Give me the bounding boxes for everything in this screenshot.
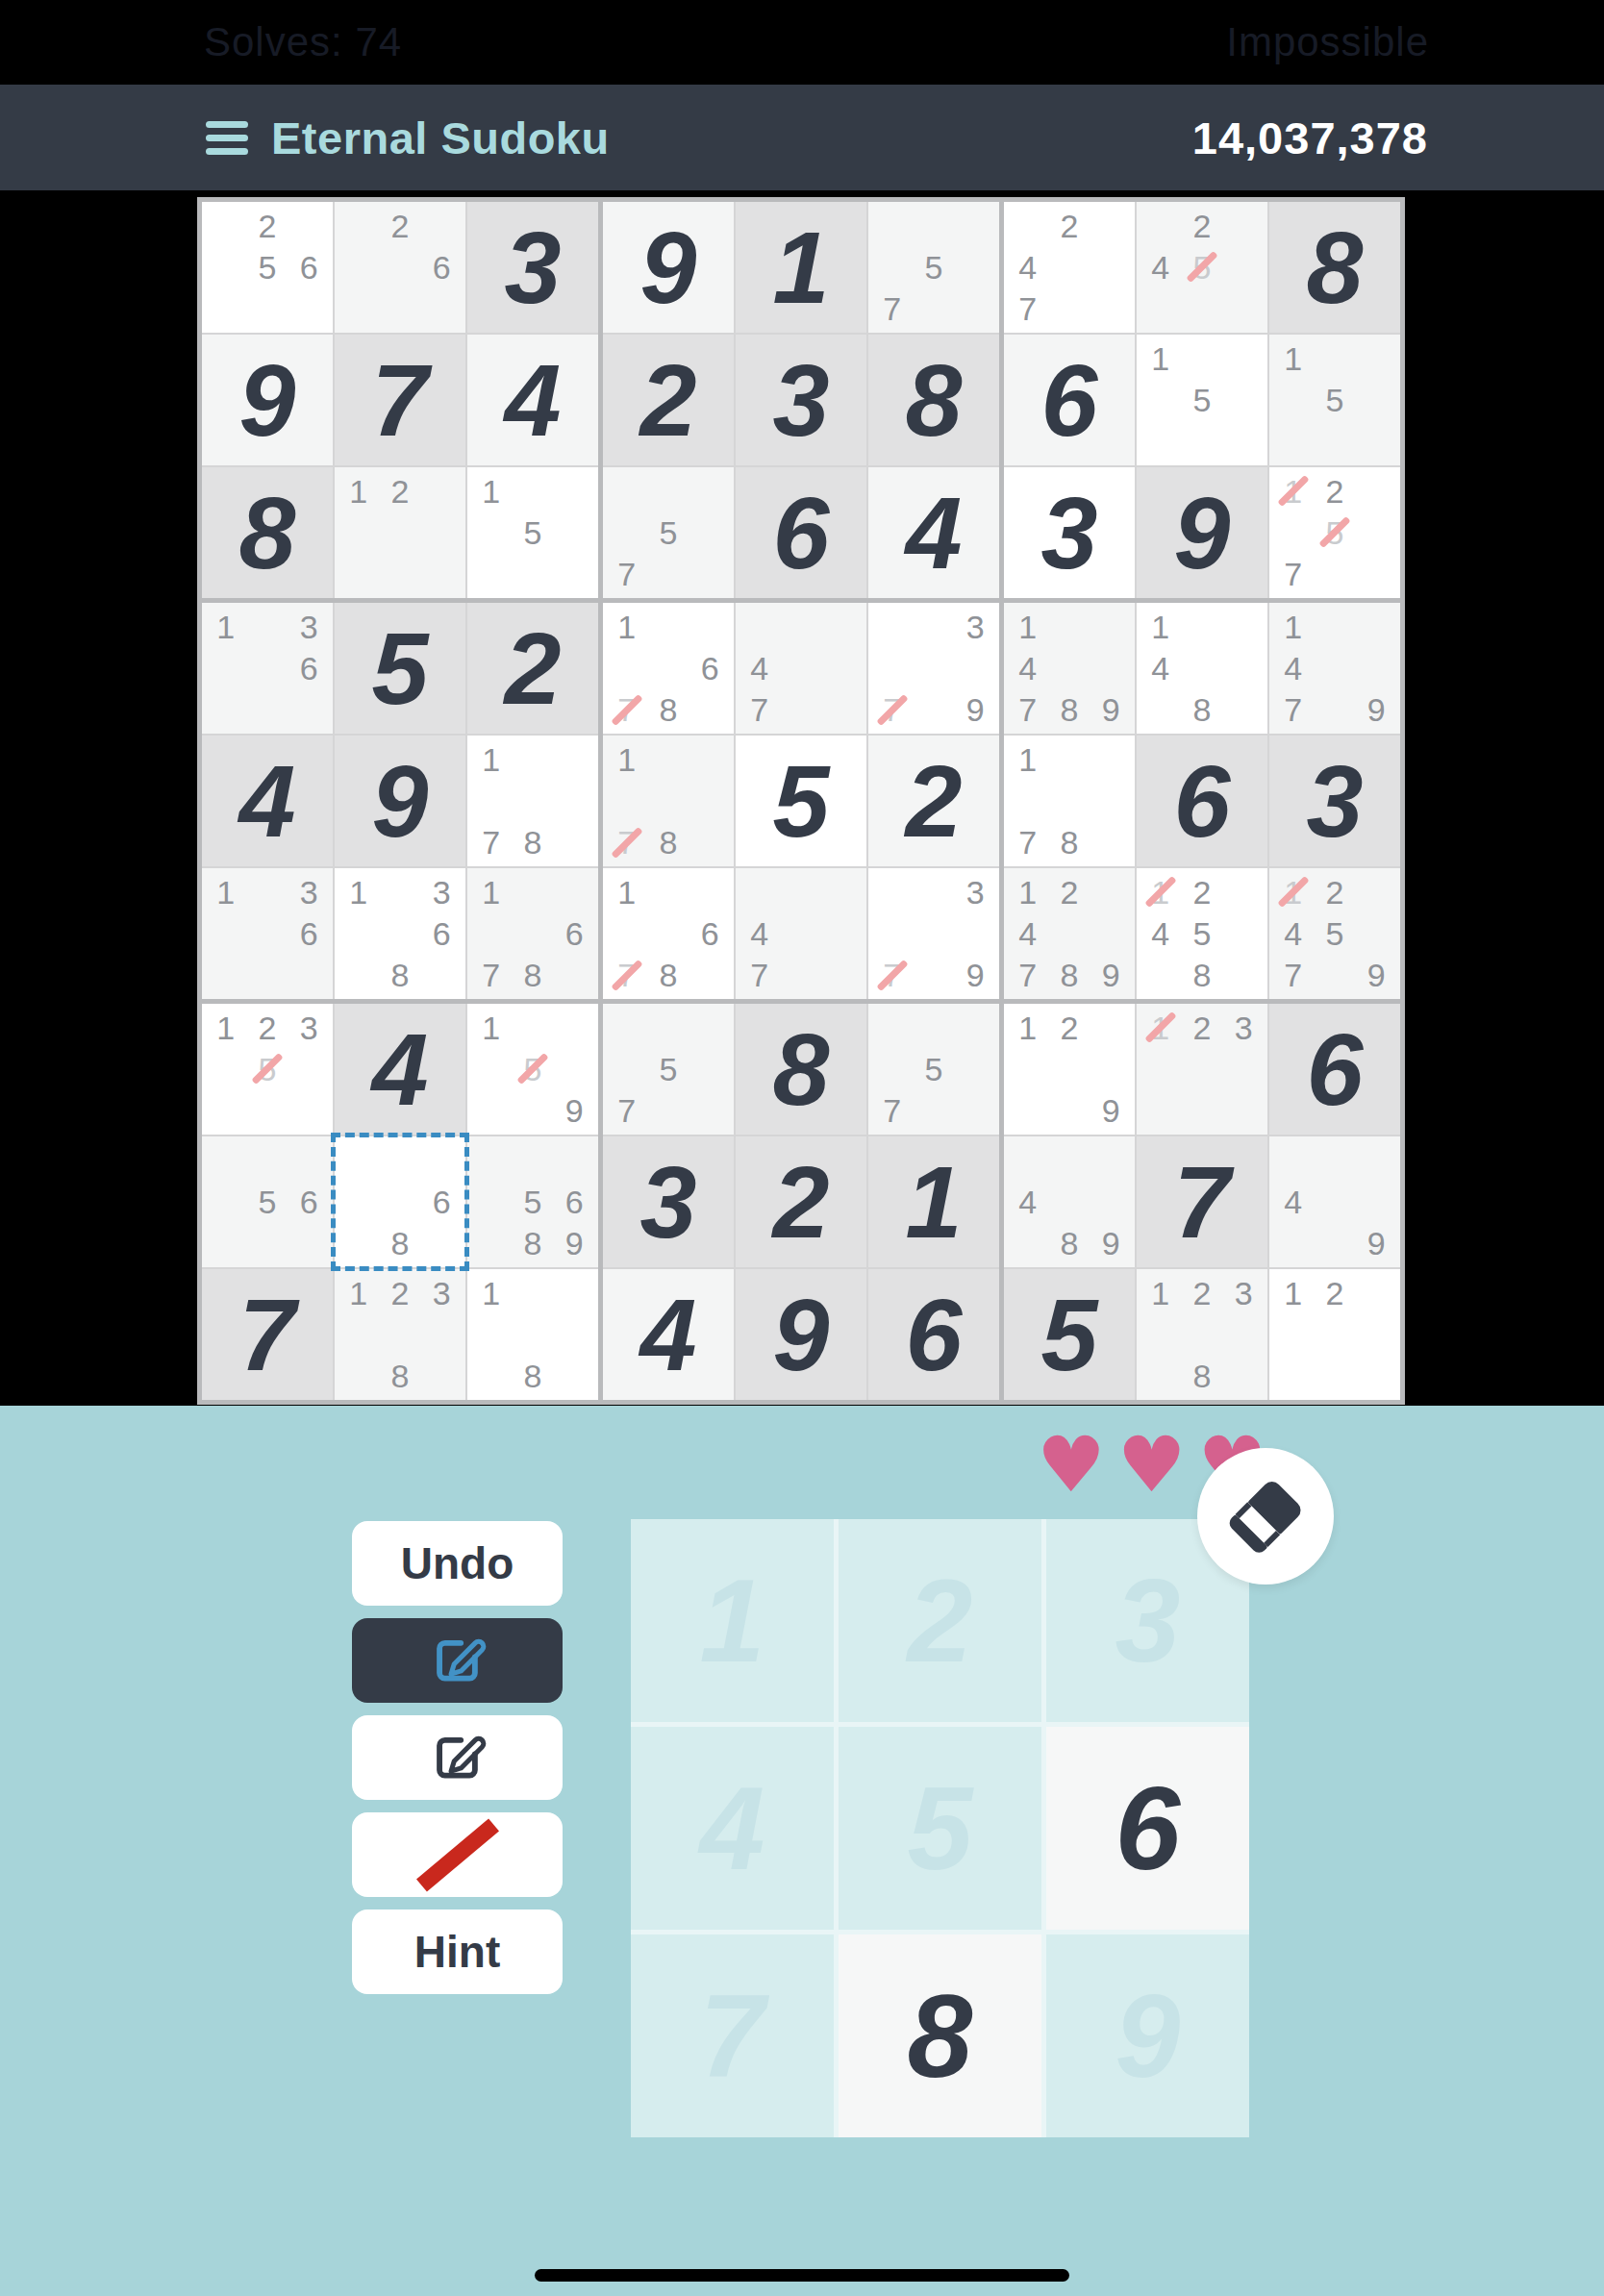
- pencil-marks: 47: [739, 606, 864, 731]
- numpad-1[interactable]: 1: [631, 1519, 834, 1722]
- tool-column: Undo Hint: [352, 1521, 563, 1994]
- box-6: 1478914814791786312478912458124579: [1004, 603, 1400, 999]
- pencil-marks: 1238: [1140, 1272, 1265, 1397]
- cell-r7c2[interactable]: 4: [335, 1004, 465, 1135]
- pencil-marks: 18: [470, 1272, 595, 1397]
- numpad-2[interactable]: 2: [839, 1519, 1041, 1722]
- pencil-marks: 129: [1007, 1007, 1132, 1132]
- pencil-marks: 148: [1140, 606, 1265, 731]
- pencil-marks: 14789: [1007, 606, 1132, 731]
- cell-r7c4[interactable]: 57: [603, 1004, 734, 1135]
- numpad-7[interactable]: 7: [631, 1934, 834, 2137]
- cell-r4c7[interactable]: 14789: [1004, 603, 1135, 734]
- pencil-marks: 1238: [338, 1272, 463, 1397]
- brand: Eternal Sudoku: [206, 112, 610, 164]
- global-counter: 14,037,378: [1192, 112, 1428, 164]
- cell-r7c5[interactable]: 8: [736, 1004, 866, 1135]
- pencil-marks: 247: [1007, 205, 1132, 330]
- pencil-marks: 1479: [1272, 606, 1397, 731]
- cell-r7c3[interactable]: 159: [467, 1004, 598, 1135]
- pencil-marks: 57: [871, 1007, 996, 1132]
- pencil-marks: 123: [1140, 1007, 1265, 1132]
- pencil-marks: 124579: [1272, 871, 1397, 996]
- cell-r1c3[interactable]: 3: [467, 202, 598, 333]
- cell-r3c6[interactable]: 4: [868, 467, 999, 598]
- cell-r3c3[interactable]: 15: [467, 467, 598, 598]
- hint-button[interactable]: Hint: [352, 1909, 563, 1994]
- numpad-9[interactable]: 9: [1046, 1934, 1249, 2137]
- cell-r5c8[interactable]: 6: [1137, 736, 1267, 866]
- cell-r1c4[interactable]: 9: [603, 202, 734, 333]
- undo-label: Undo: [401, 1537, 514, 1589]
- pencil-marks: 489: [1007, 1139, 1132, 1264]
- cell-r3c7[interactable]: 3: [1004, 467, 1135, 598]
- cell-r5c7[interactable]: 178: [1004, 736, 1135, 866]
- cell-r2c9[interactable]: 15: [1269, 335, 1400, 465]
- cell-r9c5[interactable]: 9: [736, 1269, 866, 1400]
- cell-r5c9[interactable]: 3: [1269, 736, 1400, 866]
- undo-button[interactable]: Undo: [352, 1521, 563, 1606]
- cell-r8c4[interactable]: 3: [603, 1136, 734, 1267]
- pencil-marks: 1368: [338, 871, 463, 996]
- heart-icon: ♥: [1037, 1427, 1106, 1504]
- box-8: 57857321496: [603, 1004, 999, 1400]
- bottom-tray: ♥♥♥ Undo: [0, 1406, 1604, 2296]
- box-4: 136524917813613681678: [202, 603, 598, 999]
- pencil-marks: 15: [1272, 337, 1397, 462]
- eraser-icon: [1226, 1477, 1304, 1555]
- pencil-marks: 49: [1272, 1139, 1397, 1264]
- cell-r4c9[interactable]: 1479: [1269, 603, 1400, 734]
- hint-label: Hint: [414, 1926, 500, 1978]
- hamburger-icon[interactable]: [206, 121, 248, 155]
- pencil-marks: 124789: [1007, 871, 1132, 996]
- numpad-4[interactable]: 4: [631, 1727, 834, 1930]
- cell-r2c6[interactable]: 8: [868, 335, 999, 465]
- cell-r6c6[interactable]: 379: [868, 868, 999, 999]
- cell-r8c1[interactable]: 56: [202, 1136, 333, 1267]
- difficulty-label: Impossible: [1226, 19, 1429, 65]
- app-header: Eternal Sudoku 14,037,378: [0, 85, 1604, 190]
- cell-r2c4[interactable]: 2: [603, 335, 734, 465]
- cell-r9c4[interactable]: 4: [603, 1269, 734, 1400]
- pencil-marks: 57: [606, 1007, 731, 1132]
- pencil-marks: 47: [739, 871, 864, 996]
- cell-r2c5[interactable]: 3: [736, 335, 866, 465]
- numpad-6[interactable]: 6: [1046, 1727, 1249, 1930]
- cell-r5c2[interactable]: 9: [335, 736, 465, 866]
- pencil-marks: 57: [606, 470, 731, 595]
- cell-r9c8[interactable]: 1238: [1137, 1269, 1267, 1400]
- status-strip: Solves: 74 Impossible: [204, 0, 1429, 85]
- cell-r6c9[interactable]: 124579: [1269, 868, 1400, 999]
- cell-r6c3[interactable]: 1678: [467, 868, 598, 999]
- cell-r3c8[interactable]: 9: [1137, 467, 1267, 598]
- cell-r7c1[interactable]: 1235: [202, 1004, 333, 1135]
- red-slash-icon: [416, 1818, 499, 1891]
- cell-r9c7[interactable]: 5: [1004, 1269, 1135, 1400]
- cell-r1c5[interactable]: 1: [736, 202, 866, 333]
- pencil-marks: 245: [1140, 205, 1265, 330]
- numpad-5[interactable]: 5: [839, 1727, 1041, 1930]
- pencil-marks: 136: [205, 606, 330, 731]
- pencil-marks: 12458: [1140, 871, 1265, 996]
- cell-r4c2[interactable]: 5: [335, 603, 465, 734]
- cell-r9c9[interactable]: 12: [1269, 1269, 1400, 1400]
- pencil-marks: 1257: [1272, 470, 1397, 595]
- cell-r8c9[interactable]: 49: [1269, 1136, 1400, 1267]
- cell-r9c6[interactable]: 6: [868, 1269, 999, 1400]
- pencil-marks: 1678: [606, 606, 731, 731]
- cell-r1c8[interactable]: 245: [1137, 202, 1267, 333]
- box-3: 247245861515391257: [1004, 202, 1400, 598]
- cell-r9c1[interactable]: 7: [202, 1269, 333, 1400]
- cell-r7c7[interactable]: 129: [1004, 1004, 1135, 1135]
- cell-r7c8[interactable]: 123: [1137, 1004, 1267, 1135]
- cell-r6c5[interactable]: 47: [736, 868, 866, 999]
- solves-count: Solves: 74: [204, 19, 402, 65]
- numpad-8[interactable]: 8: [839, 1934, 1041, 2137]
- pencil-marks: 178: [1007, 738, 1132, 863]
- cell-r3c2[interactable]: 12: [335, 467, 465, 598]
- cell-r6c2[interactable]: 1368: [335, 868, 465, 999]
- eraser-button[interactable]: [1197, 1448, 1334, 1585]
- pencil-marks: 1678: [470, 871, 595, 996]
- pencil-marks: 256: [205, 205, 330, 330]
- pencil-marks: 68: [338, 1139, 463, 1264]
- pencil-marks: 1678: [606, 871, 731, 996]
- pencil-marks: 56: [205, 1139, 330, 1264]
- pencil-marks: 5689: [470, 1139, 595, 1264]
- pencil-marks: 178: [606, 738, 731, 863]
- cell-r5c3[interactable]: 178: [467, 736, 598, 866]
- cell-r4c8[interactable]: 148: [1137, 603, 1267, 734]
- cell-r9c2[interactable]: 1238: [335, 1269, 465, 1400]
- cell-r8c2[interactable]: 68: [335, 1136, 465, 1267]
- pencil-marks: 26: [338, 205, 463, 330]
- cell-r1c9[interactable]: 8: [1269, 202, 1400, 333]
- pencil-marks: 379: [871, 871, 996, 996]
- pencil-marks: 178: [470, 738, 595, 863]
- cell-r2c3[interactable]: 4: [467, 335, 598, 465]
- box-9: 12912364897495123812: [1004, 1004, 1400, 1400]
- pencil-marks: 12: [1272, 1272, 1397, 1397]
- pencil-marks: 15: [470, 470, 595, 595]
- cell-r2c8[interactable]: 15: [1137, 335, 1267, 465]
- cell-r1c7[interactable]: 247: [1004, 202, 1135, 333]
- cell-r6c1[interactable]: 136: [202, 868, 333, 999]
- cell-r2c2[interactable]: 7: [335, 335, 465, 465]
- pencil-marks: 15: [1140, 337, 1265, 462]
- app-screen: Solves: 74 Impossible Eternal Sudoku 14,…: [0, 0, 1604, 2296]
- heart-icon: ♥: [1117, 1427, 1187, 1504]
- cell-r8c3[interactable]: 5689: [467, 1136, 598, 1267]
- cell-r4c1[interactable]: 136: [202, 603, 333, 734]
- cell-r9c3[interactable]: 18: [467, 1269, 598, 1400]
- cell-r1c1[interactable]: 256: [202, 202, 333, 333]
- app-title: Eternal Sudoku: [271, 112, 610, 164]
- cell-r3c1[interactable]: 8: [202, 467, 333, 598]
- cell-r6c8[interactable]: 12458: [1137, 868, 1267, 999]
- cell-r5c4[interactable]: 178: [603, 736, 734, 866]
- cell-r3c4[interactable]: 57: [603, 467, 734, 598]
- pencil-marks: 136: [205, 871, 330, 996]
- cell-r8c6[interactable]: 1: [868, 1136, 999, 1267]
- edit-pencil-icon: [427, 1727, 489, 1788]
- box-1: 25626397481215: [202, 202, 598, 598]
- cell-r5c6[interactable]: 2: [868, 736, 999, 866]
- cell-r6c4[interactable]: 1678: [603, 868, 734, 999]
- box-5: 16784737917852167847379: [603, 603, 999, 999]
- pencil-marks: 1235: [205, 1007, 330, 1132]
- notes-mode-button-active[interactable]: [352, 1618, 563, 1703]
- pencil-marks: 57: [871, 205, 996, 330]
- cell-r1c2[interactable]: 26: [335, 202, 465, 333]
- pen-mode-button[interactable]: [352, 1715, 563, 1800]
- cell-r4c4[interactable]: 1678: [603, 603, 734, 734]
- cell-r8c7[interactable]: 489: [1004, 1136, 1135, 1267]
- cell-r1c6[interactable]: 57: [868, 202, 999, 333]
- strike-mode-button[interactable]: [352, 1812, 563, 1897]
- cell-r4c5[interactable]: 47: [736, 603, 866, 734]
- pencil-marks: 12: [338, 470, 463, 595]
- cell-r7c6[interactable]: 57: [868, 1004, 999, 1135]
- pencil-marks: 379: [871, 606, 996, 731]
- cell-r2c1[interactable]: 9: [202, 335, 333, 465]
- home-indicator[interactable]: [535, 2269, 1069, 2282]
- cell-r8c5[interactable]: 2: [736, 1136, 866, 1267]
- cell-r6c7[interactable]: 124789: [1004, 868, 1135, 999]
- cell-r4c6[interactable]: 379: [868, 603, 999, 734]
- sudoku-board: 2562639748121591572385764247245861515391…: [197, 197, 1405, 1405]
- cell-r8c8[interactable]: 7: [1137, 1136, 1267, 1267]
- cell-r3c9[interactable]: 1257: [1269, 467, 1400, 598]
- cell-r2c7[interactable]: 6: [1004, 335, 1135, 465]
- pencil-marks: 159: [470, 1007, 595, 1132]
- cell-r4c3[interactable]: 2: [467, 603, 598, 734]
- number-pad: 123456789: [631, 1519, 1249, 2137]
- cell-r5c1[interactable]: 4: [202, 736, 333, 866]
- box-2: 91572385764: [603, 202, 999, 598]
- cell-r5c5[interactable]: 5: [736, 736, 866, 866]
- cell-r3c5[interactable]: 6: [736, 467, 866, 598]
- edit-pencil-icon: [427, 1630, 489, 1691]
- box-7: 12354159566856897123818: [202, 1004, 598, 1400]
- cell-r7c9[interactable]: 6: [1269, 1004, 1400, 1135]
